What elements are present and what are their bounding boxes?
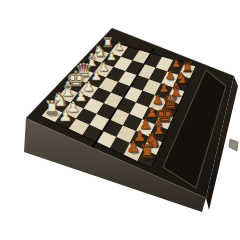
chess-box-svg [0, 0, 240, 240]
chess-set-product-photo[interactable]: ♜♞♝♛♚♝♞♜♟♟♟♟♟♟♟♟♟♟♟♟♟♟♟♟♜♞♝♛♚♝♞♜ [0, 0, 240, 240]
latch-clasp [229, 139, 238, 151]
piece-black-rook-h8: ♜ [139, 144, 156, 163]
piece-white-pawn-h2: ♟ [59, 109, 73, 124]
